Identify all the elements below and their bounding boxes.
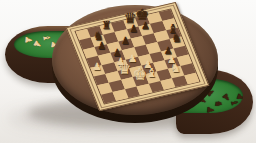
- stored-white-pawn: ♟: [31, 38, 43, 49]
- white-pawn[interactable]: ♟: [93, 62, 102, 72]
- white-bishop[interactable]: ♝: [146, 67, 157, 80]
- white-king[interactable]: ♚: [133, 67, 147, 83]
- product-photo: ♟♟♝♟♞♟ ♟♟♟♞♟♝♟♟ ♜♛♚♞♟♟♟♟♝♟♞♟♟♟♟♛♟♟♚♝♞: [0, 0, 256, 143]
- stored-black-pawn: ♟: [220, 91, 232, 103]
- black-pawn[interactable]: ♟: [141, 21, 150, 31]
- stored-white-pawn: ♟: [23, 36, 33, 45]
- black-pawn[interactable]: ♟: [129, 24, 138, 34]
- stored-white-bishop: ♝: [41, 33, 51, 43]
- white-knight[interactable]: ♞: [170, 62, 181, 74]
- black-pawn[interactable]: ♟: [98, 41, 107, 51]
- white-queen[interactable]: ♛: [118, 62, 131, 77]
- stored-black-pawn: ♟: [205, 106, 215, 113]
- square-h1: [183, 72, 198, 84]
- stored-black-knight: ♞: [213, 99, 223, 109]
- stored-black-pawn: ♟: [234, 92, 243, 103]
- black-knight[interactable]: ♞: [171, 32, 182, 44]
- black-pawn[interactable]: ♟: [121, 36, 130, 46]
- stored-black-bishop: ♝: [229, 98, 240, 108]
